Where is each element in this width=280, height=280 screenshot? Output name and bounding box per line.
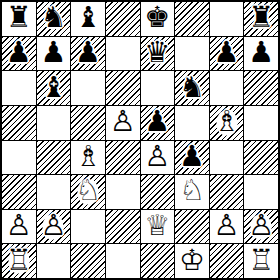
board-frame: ♜♞♝♚♜♟♟♟♛♟♟♝♞♙♟♗♗♙♟♘♘♙♙♕♙♙♖♔♖ bbox=[0, 0, 280, 280]
piece-black-king[interactable]: ♚ bbox=[144, 3, 170, 32]
square-b2[interactable]: ♙ bbox=[37, 210, 71, 244]
piece-black-pawn[interactable]: ♟ bbox=[6, 38, 32, 67]
piece-white-queen[interactable]: ♕ bbox=[144, 211, 170, 240]
square-c4[interactable]: ♗ bbox=[71, 141, 105, 175]
square-c5[interactable] bbox=[71, 106, 105, 140]
square-d1[interactable] bbox=[106, 244, 140, 278]
piece-white-knight[interactable]: ♘ bbox=[75, 176, 101, 205]
square-g8[interactable] bbox=[210, 2, 244, 36]
piece-black-pawn[interactable]: ♟ bbox=[75, 38, 101, 67]
square-a1[interactable]: ♖ bbox=[2, 244, 36, 278]
square-c6[interactable] bbox=[71, 71, 105, 105]
chess-board: ♜♞♝♚♜♟♟♟♛♟♟♝♞♙♟♗♗♙♟♘♘♙♙♕♙♙♖♔♖ bbox=[2, 2, 278, 278]
square-a5[interactable] bbox=[2, 106, 36, 140]
square-b6[interactable]: ♝ bbox=[37, 71, 71, 105]
square-a6[interactable] bbox=[2, 71, 36, 105]
square-b7[interactable]: ♟ bbox=[37, 37, 71, 71]
square-h7[interactable]: ♟ bbox=[244, 37, 278, 71]
square-h5[interactable] bbox=[244, 106, 278, 140]
square-h8[interactable]: ♜ bbox=[244, 2, 278, 36]
piece-black-bishop[interactable]: ♝ bbox=[40, 73, 66, 102]
piece-black-bishop[interactable]: ♝ bbox=[75, 3, 101, 32]
piece-black-queen[interactable]: ♛ bbox=[144, 38, 170, 67]
square-g7[interactable]: ♟ bbox=[210, 37, 244, 71]
piece-black-pawn[interactable]: ♟ bbox=[214, 38, 240, 67]
piece-white-knight[interactable]: ♘ bbox=[179, 176, 205, 205]
square-h6[interactable] bbox=[244, 71, 278, 105]
square-a4[interactable] bbox=[2, 141, 36, 175]
piece-white-pawn[interactable]: ♙ bbox=[214, 211, 240, 240]
square-a2[interactable]: ♙ bbox=[2, 210, 36, 244]
square-f8[interactable] bbox=[175, 2, 209, 36]
square-c2[interactable] bbox=[71, 210, 105, 244]
piece-black-rook[interactable]: ♜ bbox=[248, 3, 274, 32]
piece-white-bishop[interactable]: ♗ bbox=[214, 107, 240, 136]
square-e1[interactable] bbox=[141, 244, 175, 278]
square-e7[interactable]: ♛ bbox=[141, 37, 175, 71]
square-h1[interactable]: ♖ bbox=[244, 244, 278, 278]
piece-white-pawn[interactable]: ♙ bbox=[40, 211, 66, 240]
square-f1[interactable]: ♔ bbox=[175, 244, 209, 278]
square-g3[interactable] bbox=[210, 175, 244, 209]
square-d7[interactable] bbox=[106, 37, 140, 71]
piece-white-pawn[interactable]: ♙ bbox=[144, 142, 170, 171]
square-c8[interactable]: ♝ bbox=[71, 2, 105, 36]
square-b1[interactable] bbox=[37, 244, 71, 278]
square-d8[interactable] bbox=[106, 2, 140, 36]
square-g5[interactable]: ♗ bbox=[210, 106, 244, 140]
square-c1[interactable] bbox=[71, 244, 105, 278]
piece-white-king[interactable]: ♔ bbox=[179, 246, 205, 275]
square-h2[interactable]: ♙ bbox=[244, 210, 278, 244]
square-g2[interactable]: ♙ bbox=[210, 210, 244, 244]
square-a7[interactable]: ♟ bbox=[2, 37, 36, 71]
square-a8[interactable]: ♜ bbox=[2, 2, 36, 36]
piece-black-pawn[interactable]: ♟ bbox=[144, 107, 170, 136]
square-f2[interactable] bbox=[175, 210, 209, 244]
piece-white-pawn[interactable]: ♙ bbox=[6, 211, 32, 240]
piece-black-pawn[interactable]: ♟ bbox=[40, 38, 66, 67]
square-h4[interactable] bbox=[244, 141, 278, 175]
piece-black-rook[interactable]: ♜ bbox=[6, 3, 32, 32]
square-c7[interactable]: ♟ bbox=[71, 37, 105, 71]
piece-white-rook[interactable]: ♖ bbox=[248, 246, 274, 275]
square-f7[interactable] bbox=[175, 37, 209, 71]
piece-white-rook[interactable]: ♖ bbox=[6, 246, 32, 275]
square-e8[interactable]: ♚ bbox=[141, 2, 175, 36]
square-b8[interactable]: ♞ bbox=[37, 2, 71, 36]
square-e5[interactable]: ♟ bbox=[141, 106, 175, 140]
square-e4[interactable]: ♙ bbox=[141, 141, 175, 175]
square-d2[interactable] bbox=[106, 210, 140, 244]
square-a3[interactable] bbox=[2, 175, 36, 209]
square-d4[interactable] bbox=[106, 141, 140, 175]
square-e2[interactable]: ♕ bbox=[141, 210, 175, 244]
square-c3[interactable]: ♘ bbox=[71, 175, 105, 209]
square-g6[interactable] bbox=[210, 71, 244, 105]
square-g1[interactable] bbox=[210, 244, 244, 278]
piece-white-bishop[interactable]: ♗ bbox=[75, 142, 101, 171]
square-d3[interactable] bbox=[106, 175, 140, 209]
square-h3[interactable] bbox=[244, 175, 278, 209]
square-f6[interactable]: ♞ bbox=[175, 71, 209, 105]
piece-black-knight[interactable]: ♞ bbox=[40, 3, 66, 32]
square-e3[interactable] bbox=[141, 175, 175, 209]
square-b4[interactable] bbox=[37, 141, 71, 175]
square-g4[interactable] bbox=[210, 141, 244, 175]
square-f4[interactable]: ♟ bbox=[175, 141, 209, 175]
piece-black-knight[interactable]: ♞ bbox=[179, 73, 205, 102]
square-d6[interactable] bbox=[106, 71, 140, 105]
piece-black-pawn[interactable]: ♟ bbox=[248, 38, 274, 67]
square-b3[interactable] bbox=[37, 175, 71, 209]
square-d5[interactable]: ♙ bbox=[106, 106, 140, 140]
square-f5[interactable] bbox=[175, 106, 209, 140]
piece-black-pawn[interactable]: ♟ bbox=[179, 142, 205, 171]
piece-white-pawn[interactable]: ♙ bbox=[110, 107, 136, 136]
square-e6[interactable] bbox=[141, 71, 175, 105]
piece-white-pawn[interactable]: ♙ bbox=[248, 211, 274, 240]
square-b5[interactable] bbox=[37, 106, 71, 140]
square-f3[interactable]: ♘ bbox=[175, 175, 209, 209]
